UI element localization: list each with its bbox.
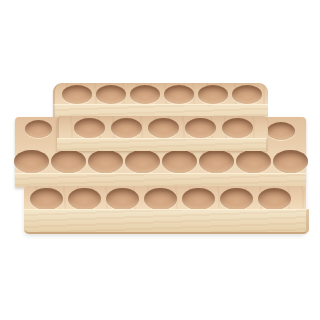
empty-pit [144, 188, 177, 209]
wide-board-front-face [15, 173, 306, 187]
tier4-front-face [24, 209, 309, 234]
product-photo-canvas [0, 0, 320, 320]
empty-pit [236, 150, 271, 173]
empty-pit [14, 150, 49, 173]
empty-pit [273, 150, 308, 173]
empty-pit [148, 118, 179, 138]
empty-pit [222, 118, 253, 138]
tier2-pit-row [59, 116, 268, 138]
tier1-pit-row [55, 83, 268, 104]
tier2-narrow-board [57, 116, 266, 150]
empty-pit [25, 120, 52, 138]
empty-pit [198, 85, 228, 104]
tier2-top-face [57, 116, 268, 138]
empty-pit [88, 150, 123, 173]
tier4-front-board [24, 186, 306, 233]
empty-pit [30, 188, 63, 209]
empty-pit [220, 188, 253, 209]
empty-pit [130, 85, 160, 104]
tier4-top-face [24, 186, 306, 209]
right-edge-pit-row [267, 122, 295, 140]
empty-pit [62, 85, 92, 104]
empty-pit [68, 188, 101, 209]
tier2-front-face [57, 138, 268, 151]
tier1-back-board [53, 83, 266, 119]
empty-pit [74, 118, 105, 138]
empty-pit [162, 150, 197, 173]
empty-pit [199, 150, 234, 173]
empty-pit [106, 188, 139, 209]
empty-pit [51, 150, 86, 173]
empty-pit [164, 85, 194, 104]
tier1-top-face [53, 83, 268, 104]
empty-pit [232, 85, 262, 104]
empty-pit [182, 188, 215, 209]
empty-pit [125, 150, 160, 173]
empty-pit [267, 122, 295, 140]
empty-pit [185, 118, 216, 138]
empty-pit [258, 188, 291, 209]
tier3-pit-row [15, 150, 306, 173]
tier4-pit-row [24, 186, 306, 209]
left-edge-pit-row [25, 120, 52, 138]
empty-pit [111, 118, 142, 138]
empty-pit [96, 85, 126, 104]
